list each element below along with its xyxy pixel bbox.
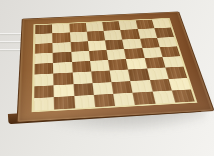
- square-h7: [154, 28, 174, 38]
- square-a1: [34, 97, 54, 111]
- square-h1: [172, 89, 195, 102]
- square-c1: [74, 95, 95, 109]
- square-e6: [105, 39, 124, 50]
- photo-backdrop: [0, 0, 214, 156]
- square-c2: [73, 83, 94, 96]
- chess-board-frame: [16, 11, 214, 122]
- square-b5: [53, 52, 72, 63]
- square-a6: [35, 43, 53, 54]
- square-h2: [168, 78, 191, 91]
- square-b1: [54, 96, 75, 110]
- board-inlay-border: [32, 18, 198, 112]
- board-grid: [34, 19, 195, 111]
- square-e1: [113, 93, 135, 106]
- square-a8: [35, 24, 52, 34]
- square-f3: [128, 69, 149, 81]
- square-c8: [69, 23, 87, 33]
- square-d6: [88, 40, 107, 51]
- square-b2: [54, 84, 74, 97]
- square-d1: [94, 94, 116, 108]
- square-b7: [52, 33, 70, 43]
